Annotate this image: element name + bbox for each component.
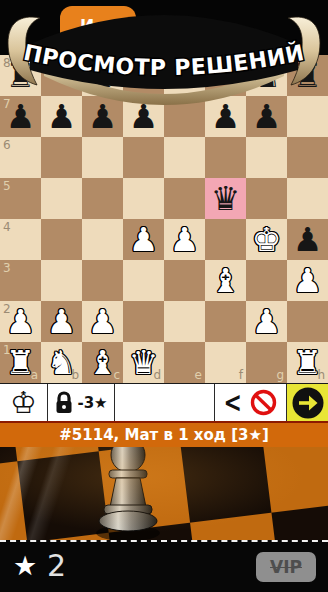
black-pawn: ♟ xyxy=(205,96,246,137)
back-button[interactable]: < xyxy=(224,384,242,422)
square-f5[interactable]: ♛ xyxy=(205,178,246,219)
white-bishop: ♝ xyxy=(205,260,246,301)
square-c1[interactable]: c♝ xyxy=(82,342,123,383)
square-c7[interactable]: ♟ xyxy=(82,96,123,137)
square-d3[interactable] xyxy=(123,260,164,301)
chess-board: 8♜♝♚♞♜7♟♟♟♟♟♟65♛4♟♟♚♟3♝♟2♟♟♟♟1a♜b♞c♝d♛ef… xyxy=(0,55,328,383)
no-entry-icon[interactable] xyxy=(250,389,277,416)
star-count: 2 xyxy=(47,547,66,585)
white-pawn: ♟ xyxy=(123,219,164,260)
square-h8[interactable]: ♜ xyxy=(287,55,328,96)
square-g6[interactable] xyxy=(246,137,287,178)
white-rook: ♜ xyxy=(0,342,41,383)
square-a3[interactable]: 3 xyxy=(0,260,41,301)
puzzle-status-bar: #5114, Мат в 1 ход [3★] xyxy=(0,421,328,447)
square-g8[interactable]: ♞ xyxy=(246,55,287,96)
square-e8[interactable]: ♚ xyxy=(164,55,205,96)
white-pawn: ♟ xyxy=(287,260,328,301)
lock-cost-label: -3★ xyxy=(77,394,107,412)
square-e2[interactable] xyxy=(164,301,205,342)
file-label: f xyxy=(239,369,243,382)
square-a8[interactable]: 8♜ xyxy=(0,55,41,96)
file-label: e xyxy=(195,369,202,382)
black-knight: ♞ xyxy=(246,55,287,96)
square-f7[interactable]: ♟ xyxy=(205,96,246,137)
black-bishop: ♝ xyxy=(82,55,123,96)
photo-pawn xyxy=(82,447,174,540)
square-c2[interactable]: ♟ xyxy=(82,301,123,342)
square-g7[interactable]: ♟ xyxy=(246,96,287,137)
rank-label: 3 xyxy=(3,261,11,275)
square-g2[interactable]: ♟ xyxy=(246,301,287,342)
square-b3[interactable] xyxy=(41,260,82,301)
white-pawn: ♟ xyxy=(0,301,41,342)
black-rook: ♜ xyxy=(0,55,41,96)
square-h6[interactable] xyxy=(287,137,328,178)
puzzle-status-text: #5114, Мат в 1 ход [3★] xyxy=(59,423,269,447)
black-queen: ♛ xyxy=(205,178,246,219)
square-e6[interactable] xyxy=(164,137,205,178)
solutions-tab[interactable]: И xyxy=(60,6,136,52)
square-e1[interactable]: e xyxy=(164,342,205,383)
star-icon: ★ xyxy=(13,550,37,582)
square-a1[interactable]: 1a♜ xyxy=(0,342,41,383)
lock-button[interactable]: -3★ xyxy=(48,384,115,421)
black-pawn: ♟ xyxy=(82,96,123,137)
square-f4[interactable] xyxy=(205,219,246,260)
rank-label: 4 xyxy=(3,220,11,234)
square-h2[interactable] xyxy=(287,301,328,342)
rank-label: 6 xyxy=(3,138,11,152)
square-c6[interactable] xyxy=(82,137,123,178)
arrow-right-icon xyxy=(291,386,325,420)
square-a7[interactable]: 7♟ xyxy=(0,96,41,137)
square-h3[interactable]: ♟ xyxy=(287,260,328,301)
square-f6[interactable] xyxy=(205,137,246,178)
white-king-icon: ♔ xyxy=(10,385,37,421)
square-b8[interactable] xyxy=(41,55,82,96)
square-c8[interactable]: ♝ xyxy=(82,55,123,96)
next-button[interactable] xyxy=(287,384,328,421)
square-h5[interactable] xyxy=(287,178,328,219)
square-d5[interactable] xyxy=(123,178,164,219)
square-g5[interactable] xyxy=(246,178,287,219)
solutions-tab-label: И xyxy=(80,15,94,37)
black-pawn: ♟ xyxy=(123,96,164,137)
white-pawn: ♟ xyxy=(246,301,287,342)
promo-photo[interactable] xyxy=(0,447,328,540)
square-c4[interactable] xyxy=(82,219,123,260)
black-king: ♚ xyxy=(164,55,205,96)
lock-icon xyxy=(54,391,74,415)
square-d7[interactable]: ♟ xyxy=(123,96,164,137)
white-pawn: ♟ xyxy=(82,301,123,342)
square-g4[interactable]: ♚ xyxy=(246,219,287,260)
square-b2[interactable]: ♟ xyxy=(41,301,82,342)
square-h4[interactable]: ♟ xyxy=(287,219,328,260)
square-g1[interactable]: g xyxy=(246,342,287,383)
square-f3[interactable]: ♝ xyxy=(205,260,246,301)
square-b6[interactable] xyxy=(41,137,82,178)
black-pawn: ♟ xyxy=(41,96,82,137)
square-b5[interactable] xyxy=(41,178,82,219)
square-b7[interactable]: ♟ xyxy=(41,96,82,137)
nav-cell: < xyxy=(215,384,287,421)
square-d6[interactable] xyxy=(123,137,164,178)
square-f2[interactable] xyxy=(205,301,246,342)
square-c5[interactable] xyxy=(82,178,123,219)
square-c3[interactable] xyxy=(82,260,123,301)
white-queen: ♛ xyxy=(123,342,164,383)
square-e7[interactable] xyxy=(164,96,205,137)
square-d8[interactable] xyxy=(123,55,164,96)
white-pawn: ♟ xyxy=(41,301,82,342)
square-a6[interactable]: 6 xyxy=(0,137,41,178)
square-d4[interactable]: ♟ xyxy=(123,219,164,260)
black-rook: ♜ xyxy=(287,55,328,96)
app-screen: И 8♜♝♚♞♜7♟♟♟♟♟♟65♛4♟♟♚♟3♝♟2♟♟♟♟1a♜b♞c♝d♛… xyxy=(0,0,328,592)
square-e3[interactable] xyxy=(164,260,205,301)
square-d1[interactable]: d♛ xyxy=(123,342,164,383)
square-h1[interactable]: h♜ xyxy=(287,342,328,383)
black-pawn: ♟ xyxy=(287,219,328,260)
square-a4[interactable]: 4 xyxy=(0,219,41,260)
white-knight: ♞ xyxy=(41,342,82,383)
file-label: g xyxy=(276,369,284,382)
vip-button[interactable]: VIP xyxy=(256,552,316,582)
square-h7[interactable] xyxy=(287,96,328,137)
square-a2[interactable]: 2♟ xyxy=(0,301,41,342)
move-field[interactable] xyxy=(115,384,215,421)
footer-bar: ★ 2 VIP xyxy=(0,540,328,592)
black-pawn: ♟ xyxy=(0,96,41,137)
header-background xyxy=(0,0,328,55)
white-rook: ♜ xyxy=(287,342,328,383)
king-button[interactable]: ♔ xyxy=(0,384,48,421)
square-f1[interactable]: f xyxy=(205,342,246,383)
white-pawn: ♟ xyxy=(164,219,205,260)
white-bishop: ♝ xyxy=(82,342,123,383)
square-e5[interactable] xyxy=(164,178,205,219)
square-b4[interactable] xyxy=(41,219,82,260)
square-a5[interactable]: 5 xyxy=(0,178,41,219)
square-g3[interactable] xyxy=(246,260,287,301)
square-f8[interactable] xyxy=(205,55,246,96)
toolbar: ♔ -3★ < xyxy=(0,383,328,421)
square-d2[interactable] xyxy=(123,301,164,342)
square-e4[interactable]: ♟ xyxy=(164,219,205,260)
rank-label: 5 xyxy=(3,179,11,193)
black-pawn: ♟ xyxy=(246,96,287,137)
white-king: ♚ xyxy=(246,219,287,260)
square-b1[interactable]: b♞ xyxy=(41,342,82,383)
